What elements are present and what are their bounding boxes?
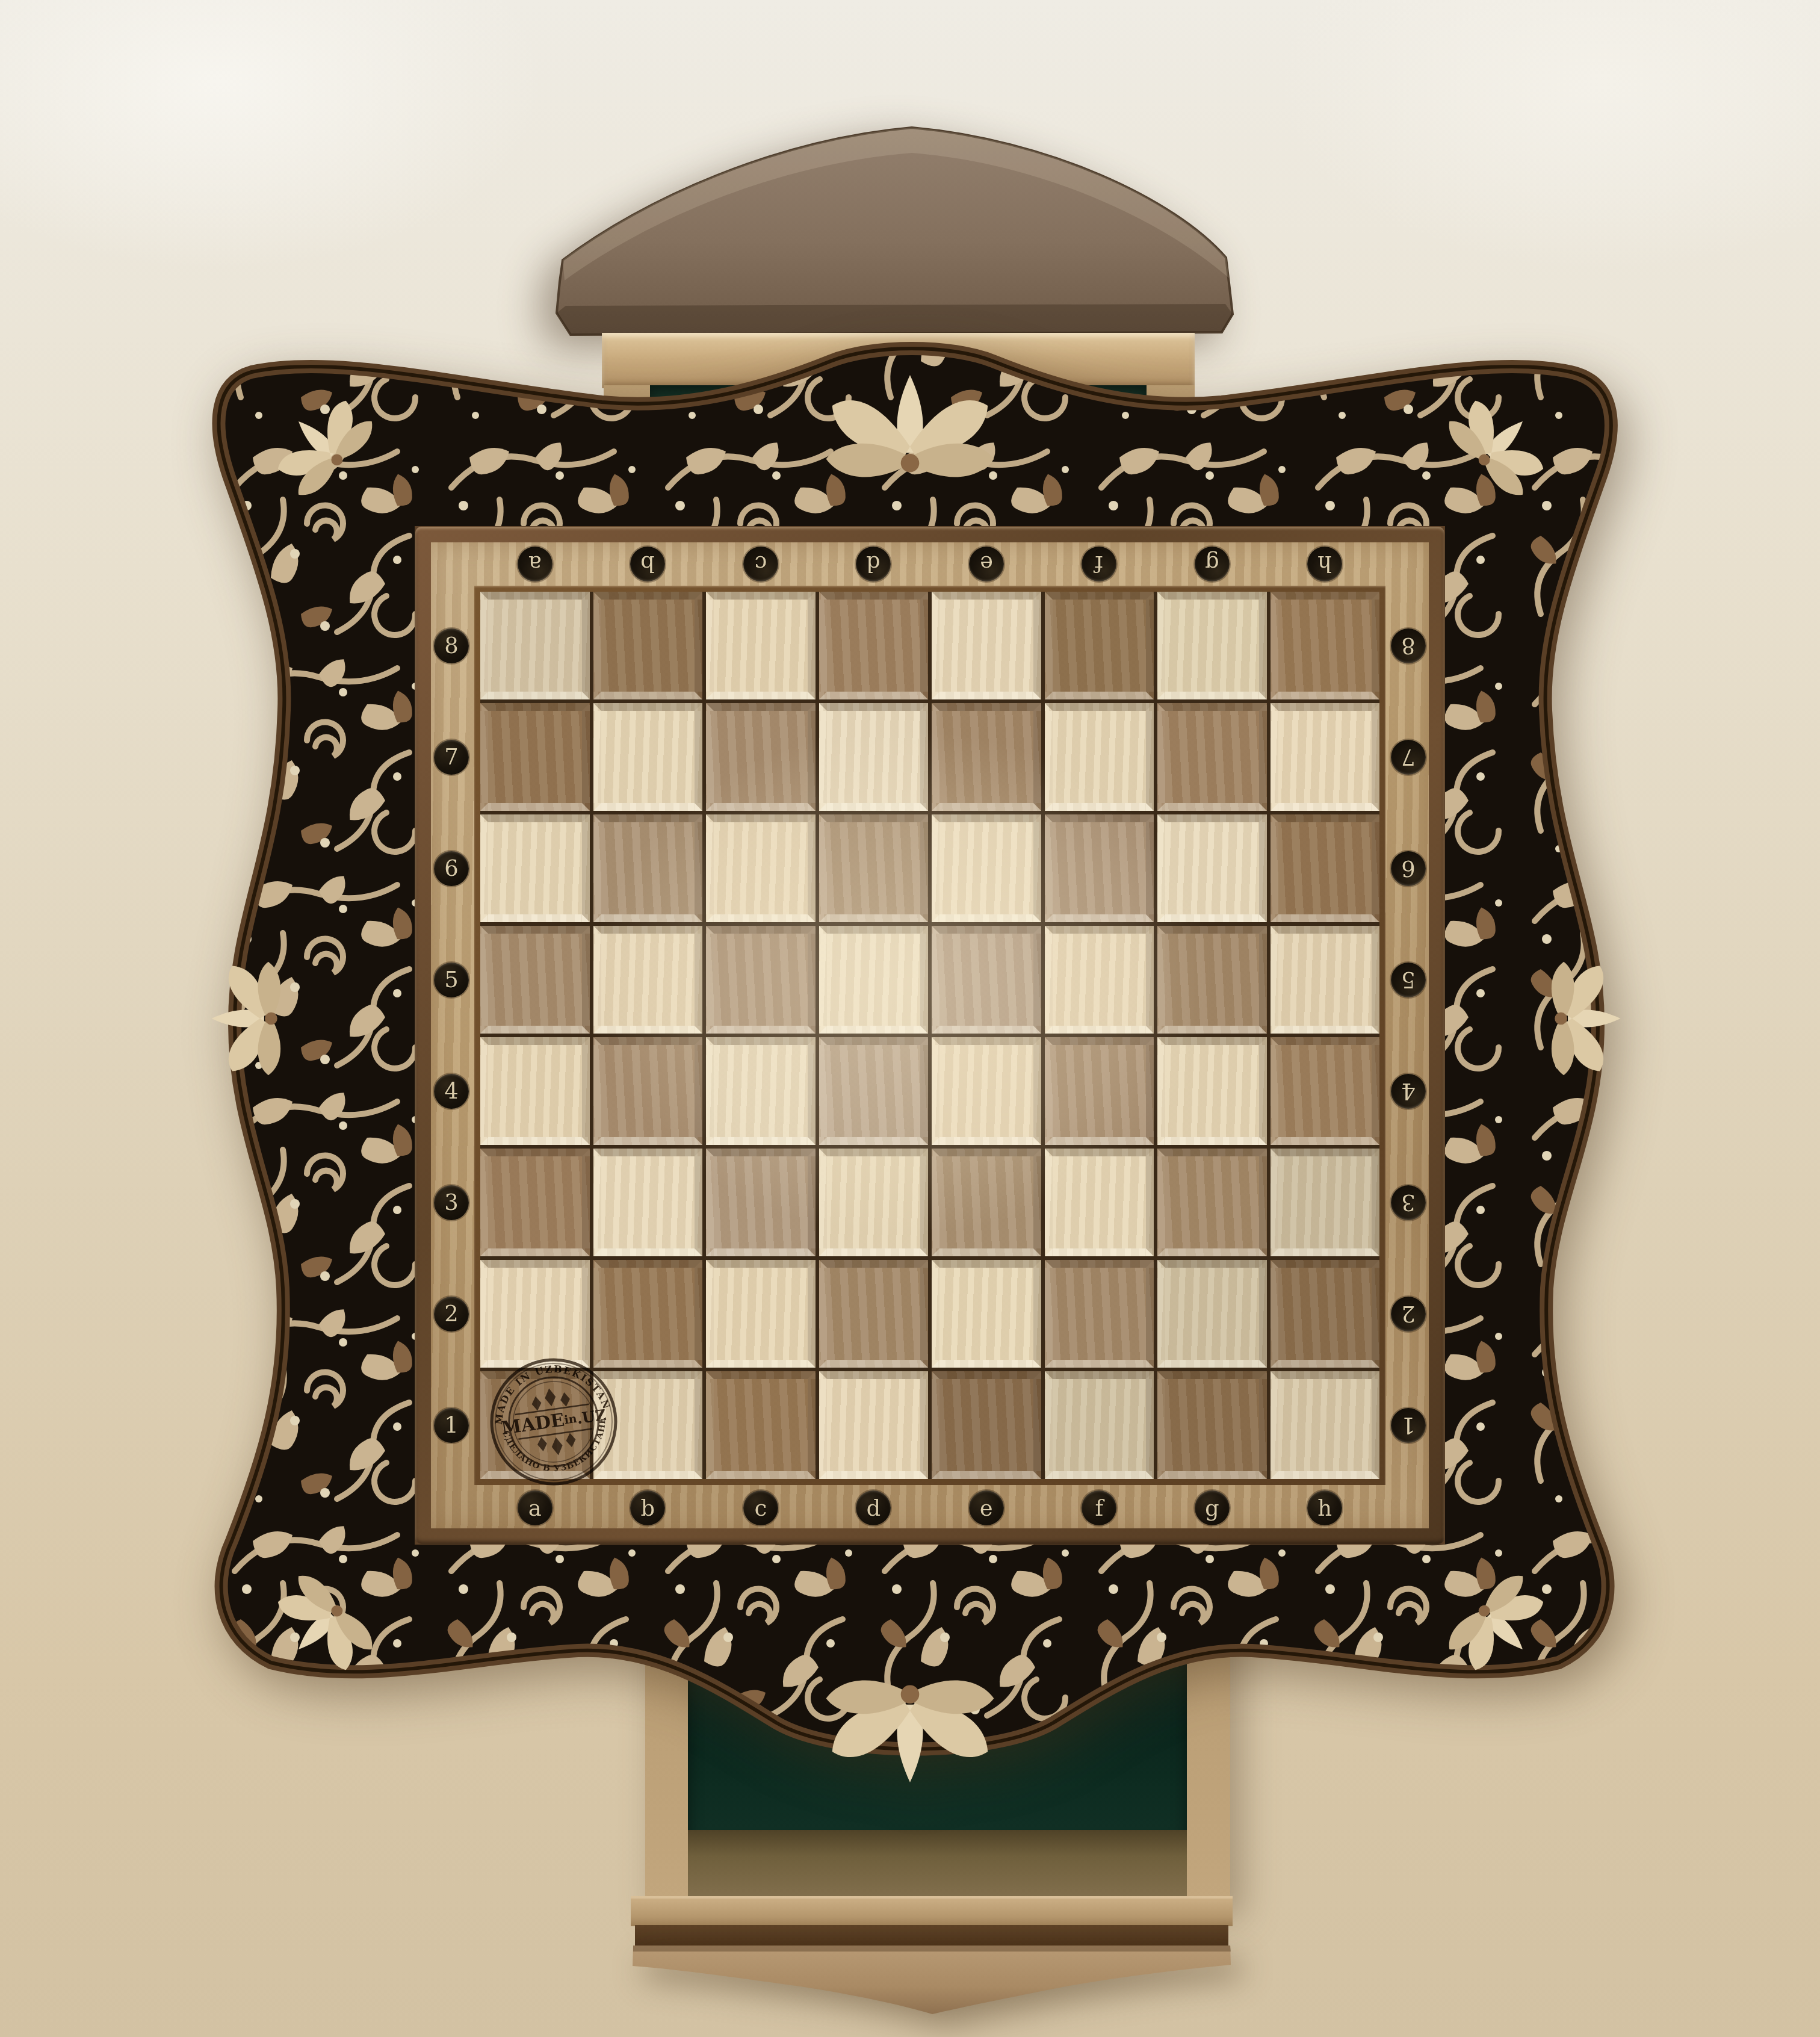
square-b2[interactable] — [593, 1260, 703, 1368]
square-e8[interactable] — [932, 592, 1041, 699]
frame-crest-ornament-bottom — [826, 1681, 994, 1782]
square-d5[interactable] — [819, 926, 929, 1034]
square-h1[interactable] — [1271, 1371, 1380, 1479]
file-label-bottom-a: a — [518, 1490, 552, 1525]
file-label-top-cell: f — [1045, 545, 1154, 583]
file-label-bottom-cell: c — [706, 1489, 816, 1527]
square-d6[interactable] — [819, 814, 929, 922]
square-f8[interactable] — [1045, 592, 1154, 699]
square-g6[interactable] — [1157, 814, 1267, 922]
square-c4[interactable] — [706, 1037, 816, 1145]
square-c1[interactable] — [706, 1371, 816, 1479]
file-label-bottom-cell: h — [1271, 1489, 1380, 1527]
file-label-top-c: c — [743, 547, 778, 581]
rank-label-right-6: 6 — [1391, 851, 1426, 886]
square-f6[interactable] — [1045, 814, 1154, 922]
photo-background: { "game": "chess", "position": { "fen": … — [0, 0, 1820, 2037]
rank-labels-right: 87654321 — [1389, 592, 1428, 1479]
square-h6[interactable] — [1271, 814, 1380, 922]
square-e7[interactable] — [932, 703, 1041, 811]
file-label-top-a: a — [518, 547, 552, 581]
square-d7[interactable] — [819, 703, 929, 811]
square-h3[interactable] — [1271, 1149, 1380, 1256]
square-f4[interactable] — [1045, 1037, 1154, 1145]
file-label-bottom-cell: b — [593, 1489, 703, 1527]
rank-label-right-cell: 6 — [1389, 814, 1428, 922]
square-e3[interactable] — [932, 1149, 1041, 1256]
rank-label-left-cell: 1 — [432, 1371, 471, 1479]
rank-label-left-7: 7 — [434, 740, 469, 775]
square-d8[interactable] — [819, 592, 929, 699]
rank-label-left-cell: 2 — [432, 1260, 471, 1368]
file-label-bottom-g: g — [1195, 1490, 1230, 1525]
file-label-bottom-h: h — [1307, 1490, 1342, 1525]
rank-label-right-2: 2 — [1391, 1297, 1426, 1332]
rank-label-right-cell: 8 — [1389, 592, 1428, 699]
file-label-top-cell: b — [593, 545, 703, 583]
board-squares-grid — [480, 592, 1379, 1479]
square-c5[interactable] — [706, 926, 816, 1034]
square-e5[interactable] — [932, 926, 1041, 1034]
square-e2[interactable] — [932, 1260, 1041, 1368]
square-f7[interactable] — [1045, 703, 1154, 811]
rank-label-left-cell: 7 — [432, 703, 471, 811]
file-label-bottom-b: b — [630, 1490, 665, 1525]
rank-label-left-5: 5 — [434, 963, 469, 997]
file-label-top-d: d — [856, 547, 891, 581]
rank-label-left-2: 2 — [434, 1297, 469, 1332]
square-g3[interactable] — [1157, 1149, 1267, 1256]
rank-label-left-3: 3 — [434, 1185, 469, 1220]
square-b7[interactable] — [593, 703, 703, 811]
file-label-top-cell: e — [932, 545, 1041, 583]
rank-label-left-cell: 3 — [432, 1149, 471, 1256]
square-f5[interactable] — [1045, 926, 1154, 1034]
rank-label-right-1: 1 — [1391, 1408, 1426, 1443]
square-f2[interactable] — [1045, 1260, 1154, 1368]
square-b8[interactable] — [593, 592, 703, 699]
rank-label-right-cell: 2 — [1389, 1260, 1428, 1368]
file-label-top-g: g — [1195, 547, 1230, 581]
file-label-top-b: b — [630, 547, 665, 581]
square-d4[interactable] — [819, 1037, 929, 1145]
square-e6[interactable] — [932, 814, 1041, 922]
rank-label-right-cell: 1 — [1389, 1371, 1428, 1479]
rank-label-right-4: 4 — [1391, 1074, 1426, 1109]
file-label-bottom-f: f — [1082, 1490, 1116, 1525]
rank-label-left-cell: 8 — [432, 592, 471, 699]
square-f1[interactable] — [1045, 1371, 1154, 1479]
square-a5[interactable] — [480, 926, 590, 1034]
square-g4[interactable] — [1157, 1037, 1267, 1145]
square-g7[interactable] — [1157, 703, 1267, 811]
square-d3[interactable] — [819, 1149, 929, 1256]
square-a3[interactable] — [480, 1149, 590, 1256]
square-e1[interactable] — [932, 1371, 1041, 1479]
rank-label-left-cell: 6 — [432, 814, 471, 922]
file-label-bottom-cell: e — [932, 1489, 1041, 1527]
file-label-top-cell: g — [1157, 545, 1267, 583]
rank-label-right-cell: 4 — [1389, 1037, 1428, 1145]
square-b4[interactable] — [593, 1037, 703, 1145]
square-h4[interactable] — [1271, 1037, 1380, 1145]
file-label-bottom-cell: g — [1157, 1489, 1267, 1527]
file-label-top-e: e — [969, 547, 1004, 581]
square-f3[interactable] — [1045, 1149, 1154, 1256]
square-a6[interactable] — [480, 814, 590, 922]
square-c8[interactable] — [706, 592, 816, 699]
square-c2[interactable] — [706, 1260, 816, 1368]
file-label-bottom-cell: d — [819, 1489, 929, 1527]
rank-label-left-4: 4 — [434, 1074, 469, 1109]
square-c6[interactable] — [706, 814, 816, 922]
square-b3[interactable] — [593, 1149, 703, 1256]
square-a8[interactable] — [480, 592, 590, 699]
square-h7[interactable] — [1271, 703, 1380, 811]
square-d1[interactable] — [819, 1371, 929, 1479]
square-g8[interactable] — [1157, 592, 1267, 699]
square-c7[interactable] — [706, 703, 816, 811]
square-c3[interactable] — [706, 1149, 816, 1256]
rank-label-right-cell: 7 — [1389, 703, 1428, 811]
file-label-top-h: h — [1307, 547, 1342, 581]
square-g1[interactable] — [1157, 1371, 1267, 1479]
rank-label-left-1: 1 — [434, 1408, 469, 1443]
file-label-top-f: f — [1082, 547, 1116, 581]
square-b6[interactable] — [593, 814, 703, 922]
file-label-top-cell: d — [819, 545, 929, 583]
square-b5[interactable] — [593, 926, 703, 1034]
square-e4[interactable] — [932, 1037, 1041, 1145]
file-label-bottom-cell: f — [1045, 1489, 1154, 1527]
square-h8[interactable] — [1271, 592, 1380, 699]
rank-label-left-cell: 4 — [432, 1037, 471, 1145]
file-labels-bottom: abcdefgh — [480, 1489, 1379, 1527]
file-label-top-cell: c — [706, 545, 816, 583]
square-h2[interactable] — [1271, 1260, 1380, 1368]
square-a2[interactable] — [480, 1260, 590, 1368]
file-label-top-cell: a — [480, 545, 590, 583]
square-h5[interactable] — [1271, 926, 1380, 1034]
file-label-bottom-e: e — [969, 1490, 1004, 1525]
square-g5[interactable] — [1157, 926, 1267, 1034]
file-label-bottom-cell: a — [480, 1489, 590, 1527]
rank-label-left-8: 8 — [434, 628, 469, 663]
file-label-top-cell: h — [1271, 545, 1380, 583]
rank-label-left-6: 6 — [434, 851, 469, 886]
square-g2[interactable] — [1157, 1260, 1267, 1368]
square-a7[interactable] — [480, 703, 590, 811]
rank-label-right-7: 7 — [1391, 740, 1426, 775]
rank-label-right-cell: 5 — [1389, 926, 1428, 1034]
rank-label-right-cell: 3 — [1389, 1149, 1428, 1256]
rank-label-right-3: 3 — [1391, 1185, 1426, 1220]
square-a4[interactable] — [480, 1037, 590, 1145]
rank-label-left-cell: 5 — [432, 926, 471, 1034]
rank-labels-left: 87654321 — [432, 592, 471, 1479]
file-labels-top: abcdefgh — [480, 545, 1379, 583]
file-label-bottom-d: d — [856, 1490, 891, 1525]
chess-board: abcdefgh abcdefgh 87654321 87654321 MADE… — [415, 527, 1444, 1544]
rank-label-right-5: 5 — [1391, 963, 1426, 997]
file-label-bottom-c: c — [743, 1490, 778, 1525]
square-d2[interactable] — [819, 1260, 929, 1368]
made-in-uz-stamp: MADE IN UZBEKISTAN СДЕЛАНО В УЗБЕКИСТАНЕ… — [486, 1354, 621, 1489]
rank-label-right-8: 8 — [1391, 628, 1426, 663]
